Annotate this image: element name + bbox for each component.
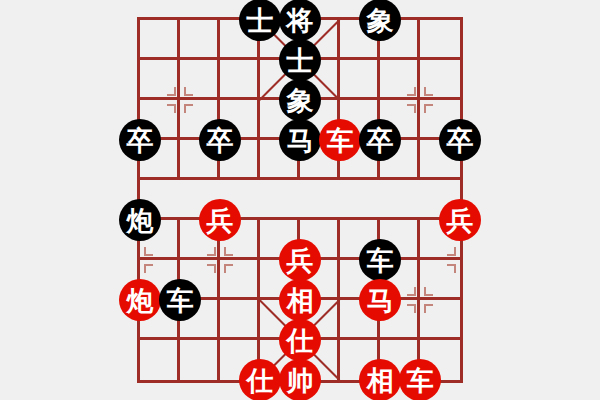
position-marker — [447, 247, 456, 256]
piece-red-elephant[interactable]: 相 — [359, 359, 401, 400]
board-cell — [420, 20, 460, 60]
piece-black-horse[interactable]: 马 — [279, 119, 321, 161]
position-marker — [407, 87, 416, 96]
piece-black-elephant[interactable]: 象 — [279, 79, 321, 121]
xiangqi-board[interactable]: 士将象士象卒卒马车卒卒炮兵兵兵车炮车相马仕仕帅相车 — [0, 0, 600, 400]
board-cell — [220, 60, 260, 100]
piece-black-chariot[interactable]: 车 — [159, 279, 201, 321]
piece-black-soldier[interactable]: 卒 — [439, 119, 481, 161]
position-marker — [167, 87, 176, 96]
piece-red-soldier[interactable]: 兵 — [199, 199, 241, 241]
position-marker — [424, 87, 433, 96]
piece-black-elephant[interactable]: 象 — [359, 0, 401, 41]
piece-black-soldier[interactable]: 卒 — [359, 119, 401, 161]
piece-red-general[interactable]: 帅 — [279, 359, 321, 400]
piece-black-soldier[interactable]: 卒 — [199, 119, 241, 161]
position-marker — [224, 247, 233, 256]
piece-red-cannon[interactable]: 炮 — [119, 279, 161, 321]
piece-red-elephant[interactable]: 相 — [279, 279, 321, 321]
position-marker — [144, 264, 153, 273]
position-marker — [224, 264, 233, 273]
position-marker — [207, 264, 216, 273]
board-cell — [180, 340, 220, 380]
board-cell — [380, 180, 420, 220]
piece-black-soldier[interactable]: 卒 — [119, 119, 161, 161]
board-cell — [260, 180, 300, 220]
piece-red-advisor[interactable]: 仕 — [239, 359, 281, 400]
position-marker — [407, 304, 416, 313]
piece-red-horse[interactable]: 马 — [359, 279, 401, 321]
piece-red-chariot[interactable]: 车 — [399, 359, 441, 400]
piece-red-chariot[interactable]: 车 — [319, 119, 361, 161]
board-cell — [340, 60, 380, 100]
position-marker — [424, 304, 433, 313]
board-cell — [340, 180, 380, 220]
board-cell — [140, 20, 180, 60]
position-marker — [184, 87, 193, 96]
position-marker — [424, 104, 433, 113]
position-marker — [424, 287, 433, 296]
position-marker — [447, 264, 456, 273]
position-marker — [144, 247, 153, 256]
piece-black-advisor[interactable]: 士 — [239, 0, 281, 41]
piece-black-general[interactable]: 将 — [279, 0, 321, 41]
board-cell — [180, 20, 220, 60]
position-marker — [167, 104, 176, 113]
board-cell — [300, 180, 340, 220]
board-cell — [140, 340, 180, 380]
board-cell — [220, 300, 260, 340]
piece-red-soldier[interactable]: 兵 — [279, 239, 321, 281]
position-marker — [407, 287, 416, 296]
piece-black-cannon[interactable]: 炮 — [119, 199, 161, 241]
piece-red-advisor[interactable]: 仕 — [279, 319, 321, 361]
position-marker — [184, 104, 193, 113]
piece-red-soldier[interactable]: 兵 — [439, 199, 481, 241]
position-marker — [407, 104, 416, 113]
piece-black-advisor[interactable]: 士 — [279, 39, 321, 81]
position-marker — [207, 247, 216, 256]
piece-black-chariot[interactable]: 车 — [359, 239, 401, 281]
